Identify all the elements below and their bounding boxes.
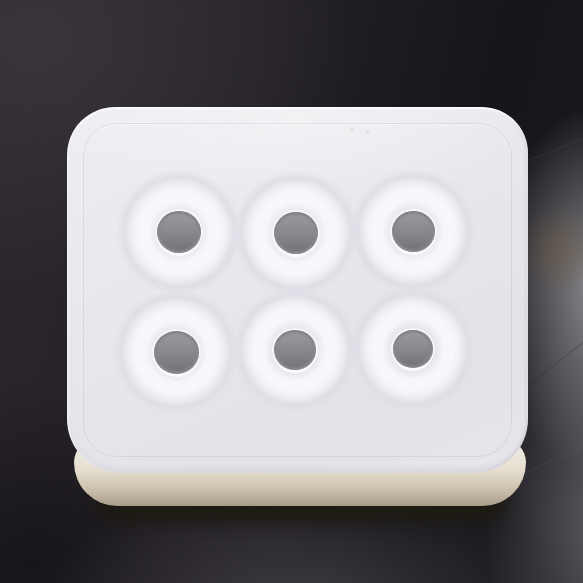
mold-inner-rim (83, 123, 512, 457)
cavity-raised-ring (232, 287, 358, 413)
cavity-hole (274, 330, 316, 370)
mold-cavity-r1c1 (116, 169, 242, 295)
cavity-raised-ring (233, 170, 359, 296)
cavity-hole (393, 330, 433, 368)
cavity-hole (392, 211, 435, 252)
surface-speck (350, 128, 354, 131)
product-photo (0, 0, 583, 583)
cavity-raised-ring (113, 289, 239, 415)
cavity-hole (157, 211, 201, 253)
cavity-raised-ring (350, 286, 476, 412)
cavity-raised-ring (116, 169, 242, 295)
mold-cavity-r2c1 (113, 289, 239, 415)
mold-cavity-r1c3 (350, 168, 476, 294)
cavity-raised-ring (350, 168, 476, 294)
surface-scratch (520, 430, 583, 476)
mold-cavity-r1c2 (233, 170, 359, 296)
surface-speck (366, 131, 369, 134)
cavity-hole (274, 212, 318, 254)
cavity-hole (154, 331, 199, 374)
silicone-mold-top-surface (67, 107, 528, 473)
mold-cavity-r2c3 (350, 286, 476, 412)
mold-cavity-r2c2 (232, 287, 358, 413)
